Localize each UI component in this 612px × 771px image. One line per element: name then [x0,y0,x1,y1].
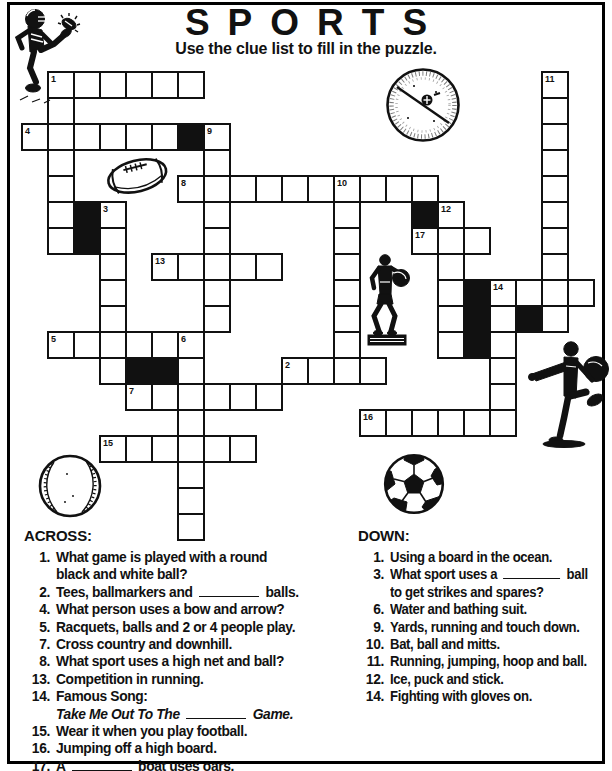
clue-text: Water and bathing suit. [390,601,527,618]
grid-cell[interactable]: 11 [541,71,569,99]
grid-cell[interactable] [73,331,101,359]
grid-cell[interactable] [437,279,465,307]
grid-cell[interactable] [489,383,517,411]
clue-number: 17. [24,758,50,771]
grid-cell[interactable]: 9 [203,123,231,151]
grid-cell[interactable]: 6 [177,331,205,359]
grid-cell[interactable] [333,279,361,307]
down-clue-11: 11.Running, jumping, hoop and ball. [358,653,610,670]
clue-text: Racquets, balls and 2 or 4 people play. [56,619,295,636]
grid-cell[interactable] [99,71,127,99]
grid-cell[interactable] [515,279,543,307]
across-clue-1: 1.What game is played with a roundblack … [24,549,358,584]
grid-cell[interactable]: 3 [99,201,127,229]
cell-number: 2 [285,360,290,370]
black-cell [73,201,101,229]
clue-number: 15. [24,723,50,740]
clue-number: 2. [24,584,50,601]
cell-number: 6 [181,334,186,344]
cell-number: 12 [441,204,451,214]
down-clue-6: 6.Water and bathing suit. [358,601,610,618]
black-cell [177,123,205,151]
down-clue-9: 9.Yards, running and touch down. [358,619,610,636]
grid-cell[interactable]: 10 [333,175,361,203]
black-cell [73,227,101,255]
across-clue-5: 5.Racquets, balls and 2 or 4 people play… [24,619,358,636]
cell-number: 13 [155,256,165,266]
cell-number: 11 [545,74,555,84]
grid-cell[interactable] [541,253,569,281]
clue-number: 16. [24,740,50,757]
clue-number: 4. [24,601,50,618]
across-clue-16: 16.Jumping off a high board. [24,740,358,757]
grid-cell[interactable] [99,305,127,333]
clue-number: 6. [358,601,384,618]
grid-cell[interactable] [541,305,569,333]
grid-cell[interactable] [177,461,205,489]
grid-cell[interactable] [489,357,517,385]
clue-text: Cross country and downhill. [56,636,232,653]
grid-cell[interactable] [359,175,387,203]
clue-text: What person uses a bow and arrow? [56,601,284,618]
grid-cell[interactable] [359,357,387,385]
answer-blank [186,715,246,719]
cell-number: 15 [103,438,113,448]
clue-text: Yards, running and touch down. [390,619,580,636]
grid-cell[interactable] [437,305,465,333]
across-clue-8: 8.What sport uses a high net and ball? [24,653,358,670]
clue-text: What game is played with a round [56,549,267,566]
grid-cell[interactable] [151,435,179,463]
across-clue-14: 14.Famous Song:Take Me Out To The Game. [24,688,358,723]
grid-cell[interactable] [229,175,257,203]
page-title: SPORTS [0,2,612,44]
clue-text: What sport uses a high net and ball? [56,653,284,670]
cell-number: 17 [415,230,425,240]
grid-cell[interactable] [47,123,75,151]
grid-cell[interactable] [463,409,491,437]
answer-blank [199,593,259,597]
grid-cell[interactable] [125,435,153,463]
grid-cell[interactable]: 4 [21,123,49,151]
grid-cell[interactable]: 14 [489,279,517,307]
grid-cell[interactable] [177,253,205,281]
black-cell [463,279,491,307]
answer-blank [503,575,560,579]
grid-cell[interactable]: 17 [411,227,439,255]
grid-cell[interactable] [255,175,283,203]
grid-cell[interactable] [489,331,517,359]
grid-cell[interactable] [541,201,569,229]
down-clue-12: 12.Ice, puck and stick. [358,671,610,688]
clue-text: Ice, puck and stick. [390,671,504,688]
grid-cell[interactable] [47,227,75,255]
basketball-player-icon [360,252,414,348]
clue-text: to get strikes and spares? [390,584,588,601]
grid-cell[interactable] [255,253,283,281]
down-heading: DOWN: [358,527,610,544]
grid-cell[interactable] [229,253,257,281]
grid-cell[interactable] [333,227,361,255]
grid-cell[interactable]: 8 [177,175,205,203]
grid-cell[interactable] [307,175,335,203]
answer-blank [72,767,132,771]
grid-cell[interactable] [541,123,569,151]
clue-text: What sport uses a ball [390,566,588,583]
grid-cell[interactable] [203,227,231,255]
grid-cell[interactable]: 7 [125,383,153,411]
clue-number: 12. [358,671,384,688]
clue-number: 10. [358,636,384,653]
grid-cell[interactable] [203,435,231,463]
bowling-ball-icon [384,66,462,144]
clue-text: Tees, ballmarkers and balls. [56,584,299,601]
grid-cell[interactable] [177,357,205,385]
grid-cell[interactable] [463,227,491,255]
worksheet-page: SPORTS Use the clue list to fill in the … [0,0,612,771]
cell-number: 5 [51,334,56,344]
grid-cell[interactable] [177,383,205,411]
grid-cell[interactable] [385,175,413,203]
black-cell [151,357,179,385]
grid-cell[interactable] [151,383,179,411]
grid-cell[interactable] [567,279,595,307]
grid-cell[interactable] [255,383,283,411]
grid-cell[interactable] [307,357,335,385]
grid-cell[interactable] [437,227,465,255]
grid-cell[interactable] [151,71,179,99]
across-clues: ACROSS: 1.What game is played with a rou… [24,527,358,771]
grid-cell[interactable] [177,435,205,463]
grid-cell[interactable] [489,409,517,437]
clue-number: 13. [24,671,50,688]
clue-text: Take Me Out To The Game. [56,706,293,723]
grid-cell[interactable] [99,253,127,281]
clue-text: Competition in running. [56,671,204,688]
grid-cell[interactable] [437,253,465,281]
football-player-kicking-icon [8,4,86,110]
grid-cell[interactable] [151,123,179,151]
grid-cell[interactable] [541,175,569,203]
across-clue-7: 7.Cross country and downhill. [24,636,358,653]
grid-cell[interactable] [229,383,257,411]
cell-number: 4 [25,126,30,136]
grid-cell[interactable] [281,175,309,203]
clue-text: Fighting with gloves on. [390,688,532,705]
cell-number: 10 [337,178,347,188]
grid-cell[interactable]: 15 [99,435,127,463]
clue-text: Wear it when you play football. [56,723,247,740]
across-clue-13: 13.Competition in running. [24,671,358,688]
clue-text: Jumping off a high board. [56,740,217,757]
grid-cell[interactable] [203,175,231,203]
grid-cell[interactable] [177,487,205,515]
grid-cell[interactable]: 12 [437,201,465,229]
across-clue-15: 15.Wear it when you play football. [24,723,358,740]
grid-cell[interactable] [99,279,127,307]
grid-cell[interactable] [333,305,361,333]
cell-number: 7 [129,386,134,396]
cell-number: 14 [493,282,503,292]
grid-cell[interactable] [203,279,231,307]
grid-cell[interactable] [203,383,231,411]
grid-cell[interactable] [333,253,361,281]
down-clue-1: 1.Using a board in the ocean. [358,549,610,566]
down-clue-10: 10.Bat, ball and mitts. [358,636,610,653]
page-subtitle: Use the clue list to fill in the puzzle. [0,40,612,58]
cell-number: 8 [181,178,186,188]
grid-cell[interactable]: 13 [151,253,179,281]
grid-cell[interactable] [333,357,361,385]
grid-cell[interactable]: 16 [359,409,387,437]
grid-cell[interactable] [151,331,179,359]
clue-text: black and white ball? [56,566,267,583]
clue-number: 1. [358,549,384,566]
grid-cell[interactable] [47,175,75,203]
down-clues: DOWN: 1.Using a board in the ocean.3.Wha… [358,527,610,706]
black-cell [125,357,153,385]
grid-cell[interactable] [99,357,127,385]
black-cell [463,331,491,359]
grid-cell[interactable] [411,409,439,437]
clue-number: 9. [358,619,384,636]
grid-cell[interactable] [437,409,465,437]
cell-number: 16 [363,412,373,422]
grid-cell[interactable] [203,305,231,333]
cell-number: 9 [207,126,212,136]
grid-cell[interactable] [177,409,205,437]
grid-cell[interactable] [437,331,465,359]
grid-cell[interactable] [333,201,361,229]
black-cell [411,201,439,229]
grid-cell[interactable] [203,201,231,229]
grid-cell[interactable] [99,331,127,359]
grid-cell[interactable] [177,71,205,99]
grid-cell[interactable] [99,227,127,255]
grid-cell[interactable] [47,149,75,177]
soccer-ball-icon [383,452,445,516]
clue-number: 5. [24,619,50,636]
grid-cell[interactable] [99,123,127,151]
grid-cell[interactable] [541,279,569,307]
grid-cell[interactable] [541,149,569,177]
grid-cell[interactable] [385,409,413,437]
clue-number: 14. [24,688,50,723]
grid-cell[interactable]: 5 [47,331,75,359]
across-heading: ACROSS: [24,527,358,544]
grid-cell[interactable] [541,97,569,125]
black-cell [515,305,543,333]
grid-cell[interactable]: 2 [281,357,309,385]
down-clue-14: 14.Fighting with gloves on. [358,688,610,705]
across-clue-17: 17.A boat uses oars. [24,758,358,771]
across-clue-2: 2.Tees, ballmarkers and balls. [24,584,358,601]
grid-cell[interactable] [125,123,153,151]
clue-number: 1. [24,549,50,584]
cell-number: 3 [103,204,108,214]
clue-number: 14. [358,688,384,705]
grid-cell[interactable] [203,149,231,177]
clue-number: 7. [24,636,50,653]
grid-cell[interactable] [203,253,231,281]
grid-cell[interactable] [125,71,153,99]
clue-text: Famous Song: [56,688,293,705]
clue-text: Bat, ball and mitts. [390,636,500,653]
grid-cell[interactable] [73,123,101,151]
grid-cell[interactable] [229,435,257,463]
down-clue-3: 3.What sport uses a ballto get strikes a… [358,566,610,601]
clue-text: Running, jumping, hoop and ball. [390,653,587,670]
clue-number: 8. [24,653,50,670]
football-icon [103,152,171,198]
grid-cell[interactable] [411,175,439,203]
clue-number: 3. [358,566,384,601]
baseball-icon [37,452,103,520]
grid-cell[interactable] [333,331,361,359]
grid-cell[interactable] [125,331,153,359]
grid-cell[interactable] [489,305,517,333]
grid-cell[interactable] [541,227,569,255]
clue-text: Using a board in the ocean. [390,549,552,566]
clue-text: A boat uses oars. [56,758,234,771]
grid-cell[interactable] [47,201,75,229]
soccer-player-kicking-icon [520,338,612,450]
across-clue-4: 4.What person uses a bow and arrow? [24,601,358,618]
clue-number: 11. [358,653,384,670]
black-cell [463,305,491,333]
